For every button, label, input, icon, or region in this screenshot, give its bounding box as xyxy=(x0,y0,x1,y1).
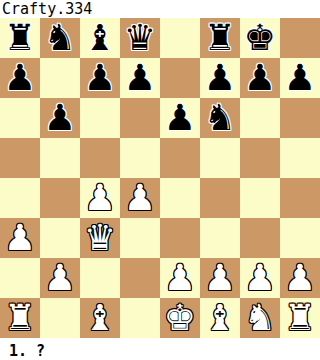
square-e6[interactable]: ♟ xyxy=(160,98,200,138)
square-g2[interactable]: ♟ xyxy=(240,258,280,298)
square-c1[interactable]: ♝ xyxy=(80,298,120,338)
square-g8[interactable]: ♚ xyxy=(240,18,280,58)
crafty-window: Crafty.334 ♜♞♝♛♜♚♟♟♟♟♟♟♟♟♞♟♟♟♛♟♟♟♟♟♜♝♚♝♞… xyxy=(0,0,320,360)
square-e4[interactable] xyxy=(160,178,200,218)
piece-white-pawn: ♟ xyxy=(44,258,76,298)
square-e8[interactable] xyxy=(160,18,200,58)
square-a3[interactable]: ♟ xyxy=(0,218,40,258)
square-a6[interactable] xyxy=(0,98,40,138)
square-g6[interactable] xyxy=(240,98,280,138)
square-g1[interactable]: ♞ xyxy=(240,298,280,338)
piece-black-rook: ♜ xyxy=(4,18,36,58)
piece-white-pawn: ♟ xyxy=(284,258,316,298)
square-g7[interactable]: ♟ xyxy=(240,58,280,98)
square-a4[interactable] xyxy=(0,178,40,218)
square-e2[interactable]: ♟ xyxy=(160,258,200,298)
square-b1[interactable] xyxy=(40,298,80,338)
square-e5[interactable] xyxy=(160,138,200,178)
square-h4[interactable] xyxy=(280,178,320,218)
square-d3[interactable] xyxy=(120,218,160,258)
piece-black-pawn: ♟ xyxy=(284,58,316,98)
square-a2[interactable] xyxy=(0,258,40,298)
square-d7[interactable]: ♟ xyxy=(120,58,160,98)
square-a7[interactable]: ♟ xyxy=(0,58,40,98)
square-c3[interactable]: ♛ xyxy=(80,218,120,258)
piece-black-bishop: ♝ xyxy=(84,18,116,58)
piece-white-pawn: ♟ xyxy=(164,258,196,298)
piece-black-queen: ♛ xyxy=(124,18,156,58)
square-h1[interactable]: ♜ xyxy=(280,298,320,338)
square-b4[interactable] xyxy=(40,178,80,218)
piece-black-pawn: ♟ xyxy=(244,58,276,98)
piece-black-rook: ♜ xyxy=(204,18,236,58)
piece-white-rook: ♜ xyxy=(4,298,36,338)
piece-black-pawn: ♟ xyxy=(4,58,36,98)
square-c2[interactable] xyxy=(80,258,120,298)
piece-white-king: ♚ xyxy=(164,298,196,338)
square-h7[interactable]: ♟ xyxy=(280,58,320,98)
square-c6[interactable] xyxy=(80,98,120,138)
square-b5[interactable] xyxy=(40,138,80,178)
square-c7[interactable]: ♟ xyxy=(80,58,120,98)
square-d8[interactable]: ♛ xyxy=(120,18,160,58)
square-e1[interactable]: ♚ xyxy=(160,298,200,338)
square-b6[interactable]: ♟ xyxy=(40,98,80,138)
square-h5[interactable] xyxy=(280,138,320,178)
piece-black-knight: ♞ xyxy=(204,98,236,138)
engine-title: Crafty.334 xyxy=(0,0,320,18)
piece-black-pawn: ♟ xyxy=(44,98,76,138)
square-g5[interactable] xyxy=(240,138,280,178)
square-g4[interactable] xyxy=(240,178,280,218)
square-e3[interactable] xyxy=(160,218,200,258)
piece-white-pawn: ♟ xyxy=(124,178,156,218)
square-f8[interactable]: ♜ xyxy=(200,18,240,58)
square-d4[interactable]: ♟ xyxy=(120,178,160,218)
square-c4[interactable]: ♟ xyxy=(80,178,120,218)
square-b2[interactable]: ♟ xyxy=(40,258,80,298)
square-f7[interactable]: ♟ xyxy=(200,58,240,98)
square-h8[interactable] xyxy=(280,18,320,58)
piece-white-bishop: ♝ xyxy=(204,298,236,338)
square-d6[interactable] xyxy=(120,98,160,138)
piece-black-knight: ♞ xyxy=(44,18,76,58)
piece-black-king: ♚ xyxy=(244,18,276,58)
piece-white-knight: ♞ xyxy=(244,298,276,338)
chess-board: ♜♞♝♛♜♚♟♟♟♟♟♟♟♟♞♟♟♟♛♟♟♟♟♟♜♝♚♝♞♜ xyxy=(0,18,320,338)
square-a8[interactable]: ♜ xyxy=(0,18,40,58)
piece-black-pawn: ♟ xyxy=(124,58,156,98)
square-h6[interactable] xyxy=(280,98,320,138)
square-c8[interactable]: ♝ xyxy=(80,18,120,58)
square-h2[interactable]: ♟ xyxy=(280,258,320,298)
square-f4[interactable] xyxy=(200,178,240,218)
square-f2[interactable]: ♟ xyxy=(200,258,240,298)
piece-black-pawn: ♟ xyxy=(204,58,236,98)
square-d2[interactable] xyxy=(120,258,160,298)
square-h3[interactable] xyxy=(280,218,320,258)
piece-white-pawn: ♟ xyxy=(84,178,116,218)
piece-white-pawn: ♟ xyxy=(4,218,36,258)
square-f5[interactable] xyxy=(200,138,240,178)
square-e7[interactable] xyxy=(160,58,200,98)
move-prompt: 1. ? xyxy=(0,338,320,360)
square-a1[interactable]: ♜ xyxy=(0,298,40,338)
piece-black-pawn: ♟ xyxy=(84,58,116,98)
square-b7[interactable] xyxy=(40,58,80,98)
square-f6[interactable]: ♞ xyxy=(200,98,240,138)
square-f3[interactable] xyxy=(200,218,240,258)
piece-white-rook: ♜ xyxy=(284,298,316,338)
piece-white-pawn: ♟ xyxy=(244,258,276,298)
square-d5[interactable] xyxy=(120,138,160,178)
square-d1[interactable] xyxy=(120,298,160,338)
square-f1[interactable]: ♝ xyxy=(200,298,240,338)
piece-white-bishop: ♝ xyxy=(84,298,116,338)
square-a5[interactable] xyxy=(0,138,40,178)
piece-white-queen: ♛ xyxy=(84,218,116,258)
piece-white-pawn: ♟ xyxy=(204,258,236,298)
square-c5[interactable] xyxy=(80,138,120,178)
square-g3[interactable] xyxy=(240,218,280,258)
square-b3[interactable] xyxy=(40,218,80,258)
piece-black-pawn: ♟ xyxy=(164,98,196,138)
square-b8[interactable]: ♞ xyxy=(40,18,80,58)
